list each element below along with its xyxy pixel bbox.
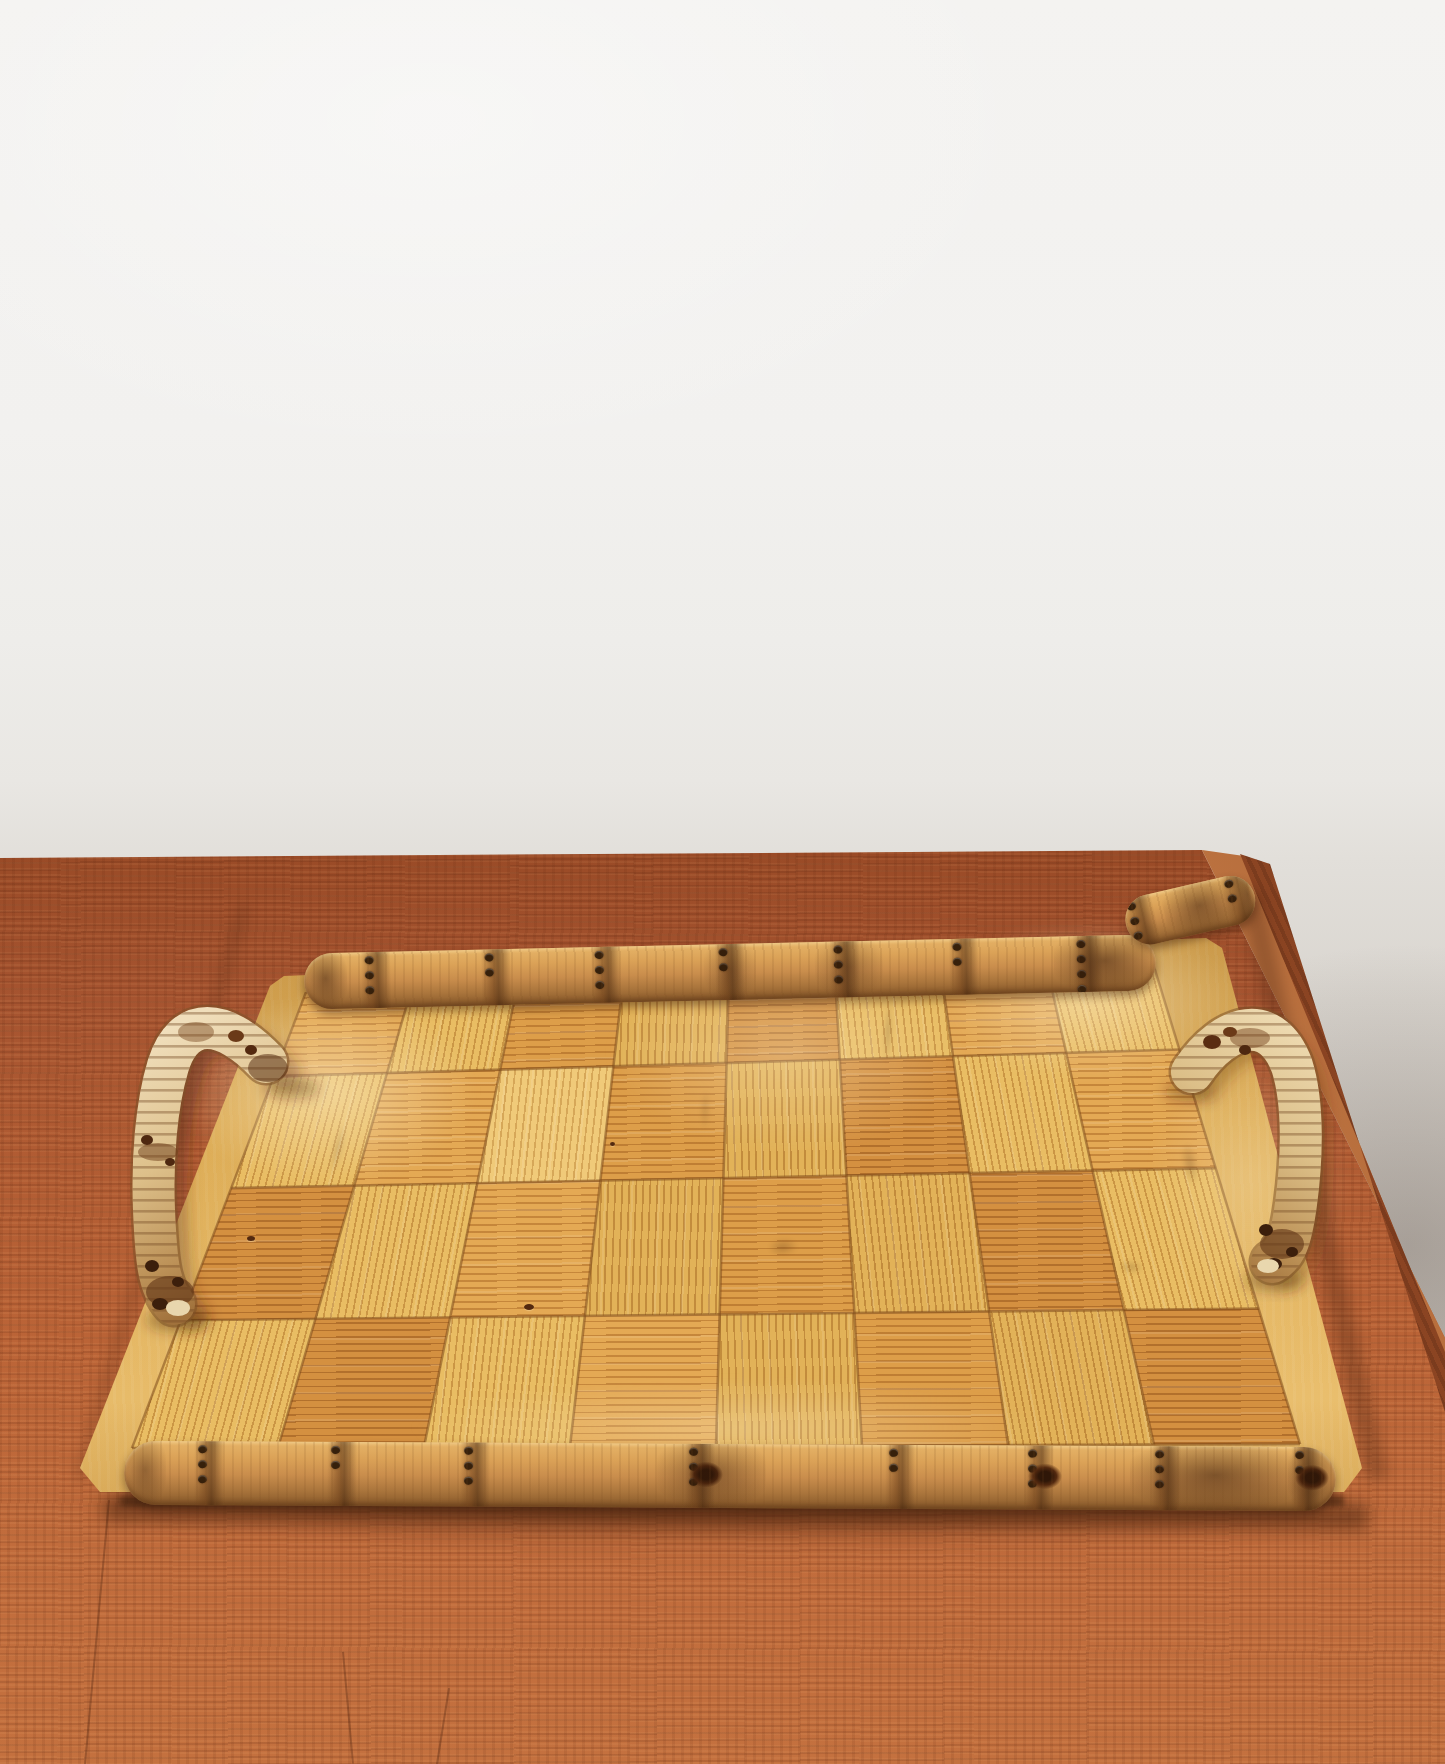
burn-blotch xyxy=(172,1277,184,1287)
bamboo-node-ring xyxy=(714,942,745,1003)
bamboo-node-ring xyxy=(460,1441,490,1509)
burn-mark xyxy=(704,943,756,1000)
bamboo-node-dot xyxy=(465,1447,474,1455)
bamboo-node-dot xyxy=(1077,985,1086,993)
bamboo-node-ring xyxy=(194,1441,224,1508)
bamboo-node-ring xyxy=(884,1443,914,1511)
bamboo-node-dot xyxy=(365,971,374,979)
bamboo-node-dot xyxy=(1155,1465,1164,1473)
bamboo-node-dot xyxy=(1224,879,1235,889)
bamboo-node-dot xyxy=(595,951,604,959)
bamboo-node-dot xyxy=(464,1462,473,1470)
bamboo-node-ring xyxy=(1291,1445,1321,1511)
bamboo-knot xyxy=(689,1461,723,1487)
burn-blotch xyxy=(248,1054,288,1082)
bamboo-node-ring xyxy=(829,939,860,1000)
burn-mark xyxy=(815,941,884,999)
bamboo-node-ring xyxy=(1024,1444,1054,1512)
burn-blotch xyxy=(145,1260,159,1272)
bamboo-node-dot xyxy=(1155,1480,1164,1488)
bamboo-node-ring xyxy=(949,936,980,997)
bamboo-node-ring xyxy=(327,1441,357,1508)
bamboo-node-dot xyxy=(484,953,493,961)
burn-blotch xyxy=(228,1030,244,1042)
bamboo-node-dot xyxy=(1133,931,1144,941)
bamboo-node-dot xyxy=(834,975,843,983)
bamboo-node-ring xyxy=(480,947,511,1008)
bamboo-node-dot xyxy=(596,981,605,989)
bamboo-node-dot xyxy=(1028,1450,1037,1458)
burn-blotch xyxy=(141,1135,153,1145)
bamboo-node-dot xyxy=(1155,1450,1164,1458)
bamboo-node-dot xyxy=(1028,1465,1037,1473)
bamboo-node-dot xyxy=(198,1475,207,1483)
bamboo-node-dot xyxy=(198,1445,207,1453)
bamboo-node-dot xyxy=(889,1464,898,1472)
bamboo-handle-right xyxy=(1130,995,1360,1295)
bamboo-node-dot xyxy=(464,1477,473,1485)
bamboo-node-ring xyxy=(591,944,622,1005)
bamboo-node-dot xyxy=(953,943,962,951)
bamboo-handle-left xyxy=(60,980,350,1350)
bamboo-node-dot xyxy=(953,958,962,966)
bamboo-node-dot xyxy=(1076,940,1085,948)
burn-blotch xyxy=(152,1298,168,1310)
burn-blotch xyxy=(1239,1045,1251,1055)
bamboo-node-ring xyxy=(685,1442,715,1510)
bamboo-node-dot xyxy=(689,1463,698,1471)
bamboo-node-dot xyxy=(1227,893,1238,903)
bamboo-node-dot xyxy=(719,963,728,971)
bamboo-knot xyxy=(1028,1463,1062,1489)
burn-mark xyxy=(657,1444,766,1509)
bamboo-node-dot xyxy=(1129,916,1140,926)
burn-blotch xyxy=(1203,1035,1221,1049)
bamboo-node-dot xyxy=(718,948,727,956)
photo-scene xyxy=(0,0,1445,1764)
bamboo-node-dot xyxy=(834,960,843,968)
bamboo-knot xyxy=(1295,1465,1329,1491)
bamboo-node-dot xyxy=(689,1478,698,1486)
bamboo-node-dot xyxy=(1295,1451,1304,1459)
bamboo-node-dot xyxy=(1077,970,1086,978)
handle-end-cap xyxy=(166,1300,190,1316)
bamboo-node-dot xyxy=(1295,1466,1304,1474)
bamboo-node-ring xyxy=(361,950,392,1010)
bamboo-node-dot xyxy=(833,945,842,953)
crumb xyxy=(524,1304,534,1310)
bamboo-node-dot xyxy=(595,966,604,974)
bamboo-node-dot xyxy=(689,1448,698,1456)
bamboo-node-dot xyxy=(1077,955,1086,963)
bamboo-node-dot xyxy=(331,1461,340,1469)
burn-mark xyxy=(1130,1446,1300,1511)
handle-node-band xyxy=(138,1143,178,1161)
burn-blotch xyxy=(245,1045,257,1055)
front-bamboo-rail xyxy=(124,1441,1336,1511)
bamboo-node-dot xyxy=(889,1449,898,1457)
handle-end-cap xyxy=(1257,1259,1279,1273)
crumb xyxy=(610,1142,615,1146)
bamboo-node-dot xyxy=(1028,1480,1037,1488)
bamboo-node-dot xyxy=(485,968,494,976)
burn-blotch xyxy=(1223,1027,1237,1037)
burn-blotch xyxy=(1286,1247,1298,1257)
bamboo-node-ring xyxy=(1072,934,1103,994)
bamboo-node-dot xyxy=(198,1460,207,1468)
bamboo-node-dot xyxy=(365,956,374,964)
handle-ring-stripes xyxy=(1192,1030,1301,1262)
handle-node-band xyxy=(178,1022,214,1042)
burn-blotch xyxy=(165,1158,175,1166)
bamboo-node-dot xyxy=(366,986,375,994)
burn-blotch xyxy=(1259,1224,1273,1236)
bamboo-node-dot xyxy=(331,1446,340,1454)
bamboo-node-ring xyxy=(1151,1444,1181,1511)
